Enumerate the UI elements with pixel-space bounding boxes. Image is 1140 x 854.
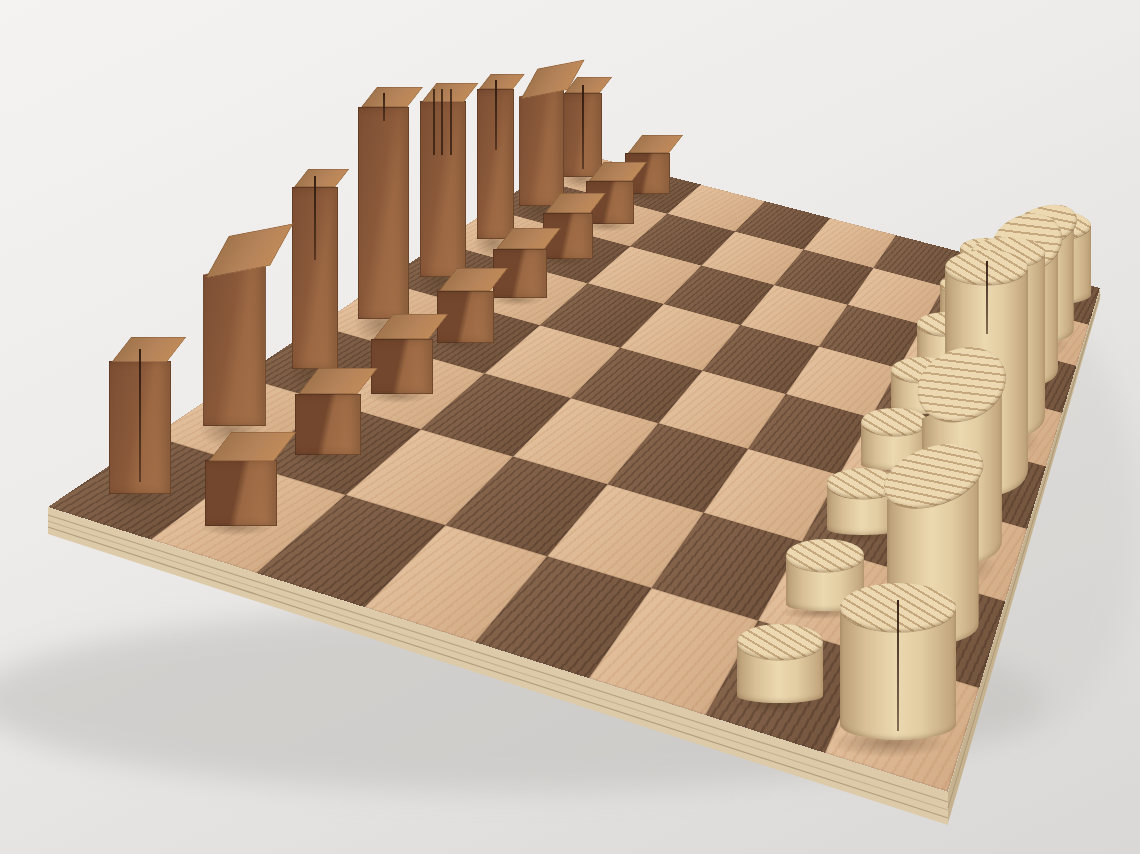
piece-black-bishop-f8[interactable]: ♝ [292, 169, 338, 369]
bishop-kerf-slit [314, 176, 316, 260]
piece-top-face [361, 87, 423, 107]
piece-black-rook-h8[interactable]: ♜ [109, 337, 171, 494]
rook-kerf-slot [139, 349, 141, 481]
piece-black-pawn-g7[interactable]: ♟ [295, 368, 361, 455]
piece-front-face [519, 86, 564, 207]
piece-black-queen-d8[interactable]: ♛ [420, 83, 466, 277]
queen-fin-kerf [441, 89, 443, 155]
piece-black-pawn-h7[interactable]: ♟ [205, 432, 277, 526]
piece-black-pawn-d7[interactable]: ♟ [493, 228, 547, 298]
piece-top-face [479, 74, 524, 89]
bishop-kerf-slit [495, 80, 497, 149]
piece-black-knight-b8[interactable]: ♞ [519, 68, 564, 207]
piece-top-face [112, 337, 187, 362]
cylinder-top-face [786, 539, 864, 572]
piece-top-face [294, 169, 349, 187]
queen-fin-kerf [433, 89, 435, 155]
piece-black-king-e8[interactable]: ♚ [358, 87, 409, 320]
piece-black-bishop-c8[interactable]: ♝ [477, 74, 515, 239]
piece-black-pawn-f7[interactable]: ♟ [371, 314, 432, 394]
piece-black-knight-g8[interactable]: ♞ [203, 235, 266, 427]
piece-white-rook-h1[interactable]: ♖ [840, 583, 956, 740]
queen-fin-kerf [450, 89, 452, 155]
cylinder-top-face [737, 624, 823, 660]
rook-kerf-slot [897, 600, 899, 730]
piece-front-face [205, 460, 277, 525]
piece-black-pawn-e7[interactable]: ♟ [437, 268, 494, 343]
pieces-layer: ♜♟♞♟♝♟♛♙♟♖♚♙♟♘♙♝♗♟♙♞♕♟♙♜♔♟♙♗♙♘♙♖ [0, 0, 1140, 854]
rook-kerf-slot [582, 85, 584, 169]
piece-front-face [203, 260, 266, 427]
king-top-notch [383, 93, 385, 121]
piece-top-face [628, 135, 683, 153]
king-kerf-slit [986, 261, 988, 335]
piece-front-face [295, 394, 361, 454]
scene: ♜♟♞♟♝♟♛♙♟♖♚♙♟♘♙♝♗♟♙♞♕♟♙♜♔♟♙♗♙♘♙♖ [0, 0, 1140, 854]
piece-white-pawn-h2[interactable]: ♙ [737, 624, 823, 703]
piece-front-face [358, 107, 409, 319]
piece-black-pawn-c7[interactable]: ♟ [543, 193, 593, 259]
piece-front-face [371, 339, 432, 395]
